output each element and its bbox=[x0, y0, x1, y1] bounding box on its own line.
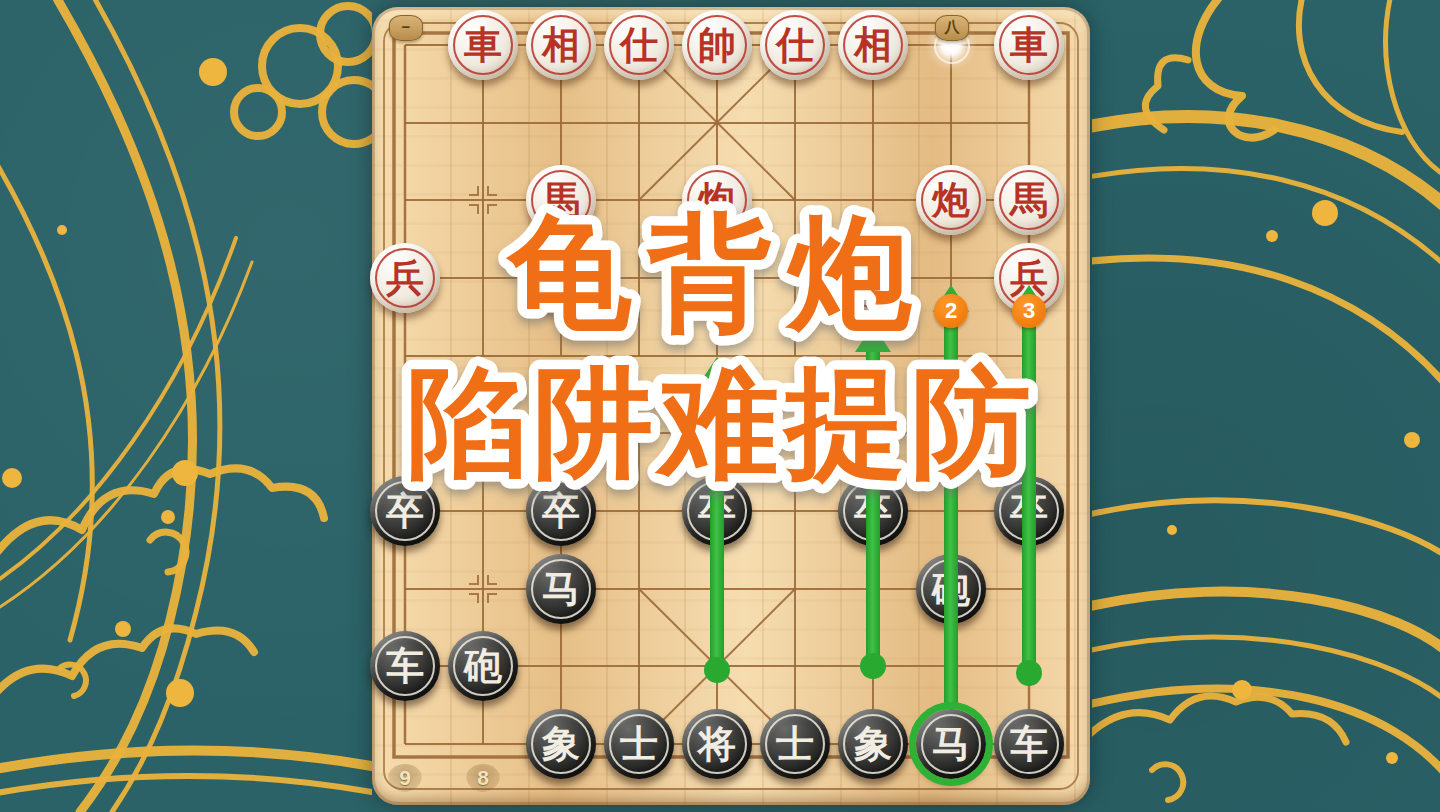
piece-glyph: 相 bbox=[526, 10, 596, 80]
piece-glyph: 车 bbox=[994, 709, 1064, 779]
piece-black-士[interactable]: 士 bbox=[604, 709, 674, 779]
piece-glyph: 士 bbox=[604, 709, 674, 779]
piece-black-车[interactable]: 车 bbox=[370, 631, 440, 701]
piece-glyph: 车 bbox=[370, 631, 440, 701]
piece-glyph: 車 bbox=[448, 10, 518, 80]
piece-red-馬[interactable]: 馬 bbox=[994, 165, 1064, 235]
piece-black-砲[interactable]: 砲 bbox=[448, 631, 518, 701]
piece-glyph: 車 bbox=[994, 10, 1064, 80]
gold-wave-decoration-left bbox=[0, 0, 372, 812]
piece-glyph: 将 bbox=[682, 709, 752, 779]
piece-black-马[interactable]: 马 bbox=[526, 554, 596, 624]
piece-glyph: 兵 bbox=[994, 243, 1064, 313]
piece-glyph: 卒 bbox=[526, 476, 596, 546]
piece-black-卒[interactable]: 卒 bbox=[682, 476, 752, 546]
piece-glyph: 兵 bbox=[370, 243, 440, 313]
file-tag-8: 八 bbox=[935, 15, 969, 41]
piece-black-砲[interactable]: 砲 bbox=[916, 554, 986, 624]
piece-black-象[interactable]: 象 bbox=[838, 709, 908, 779]
piece-red-兵[interactable]: 兵 bbox=[526, 243, 596, 313]
piece-black-卒[interactable]: 卒 bbox=[526, 476, 596, 546]
piece-glyph: 兵 bbox=[526, 243, 596, 313]
piece-red-炮[interactable]: 炮 bbox=[916, 165, 986, 235]
piece-red-兵[interactable]: 兵 bbox=[682, 243, 752, 313]
piece-glyph: 炮 bbox=[916, 165, 986, 235]
piece-glyph: 象 bbox=[838, 709, 908, 779]
collapse-button[interactable]: − bbox=[389, 15, 423, 41]
piece-glyph: 砲 bbox=[916, 554, 986, 624]
piece-glyph: 帥 bbox=[682, 10, 752, 80]
piece-glyph: 卒 bbox=[994, 476, 1064, 546]
bottom-file-label-9: 9 bbox=[388, 764, 422, 792]
piece-black-车[interactable]: 车 bbox=[994, 709, 1064, 779]
piece-red-仕[interactable]: 仕 bbox=[604, 10, 674, 80]
piece-glyph: 象 bbox=[526, 709, 596, 779]
piece-black-马[interactable]: 马 bbox=[916, 709, 986, 779]
piece-glyph: 馬 bbox=[526, 165, 596, 235]
piece-glyph: 卒 bbox=[682, 476, 752, 546]
piece-black-卒[interactable]: 卒 bbox=[370, 476, 440, 546]
piece-glyph: 马 bbox=[526, 554, 596, 624]
piece-glyph: 卒 bbox=[838, 476, 908, 546]
piece-black-卒[interactable]: 卒 bbox=[994, 476, 1064, 546]
piece-red-相[interactable]: 相 bbox=[526, 10, 596, 80]
piece-red-兵[interactable]: 兵 bbox=[994, 243, 1064, 313]
piece-red-仕[interactable]: 仕 bbox=[760, 10, 830, 80]
piece-black-士[interactable]: 士 bbox=[760, 709, 830, 779]
piece-red-車[interactable]: 車 bbox=[448, 10, 518, 80]
piece-glyph: 卒 bbox=[370, 476, 440, 546]
piece-glyph: 马 bbox=[916, 709, 986, 779]
piece-red-馬[interactable]: 馬 bbox=[526, 165, 596, 235]
piece-red-車[interactable]: 車 bbox=[994, 10, 1064, 80]
piece-glyph: 仕 bbox=[604, 10, 674, 80]
piece-red-炮[interactable]: 炮 bbox=[682, 165, 752, 235]
xiangqi-board[interactable]: − 八 9 8 車相仕帥仕相車馬炮炮馬兵兵兵兵兵卒卒卒卒卒马砲车砲象士将士象马车… bbox=[372, 7, 1090, 805]
piece-black-将[interactable]: 将 bbox=[682, 709, 752, 779]
piece-glyph: 炮 bbox=[682, 165, 752, 235]
screen: { "game": "xiangqi", "scene": "opening-t… bbox=[0, 0, 1440, 812]
piece-glyph: 馬 bbox=[994, 165, 1064, 235]
piece-red-帥[interactable]: 帥 bbox=[682, 10, 752, 80]
piece-glyph: 相 bbox=[838, 10, 908, 80]
bottom-file-label-8: 8 bbox=[466, 764, 500, 792]
piece-red-兵[interactable]: 兵 bbox=[370, 243, 440, 313]
piece-glyph: 仕 bbox=[760, 10, 830, 80]
piece-red-相[interactable]: 相 bbox=[838, 10, 908, 80]
piece-glyph: 士 bbox=[760, 709, 830, 779]
gold-wave-decoration-right bbox=[1092, 0, 1440, 812]
piece-glyph: 兵 bbox=[682, 243, 752, 313]
piece-black-象[interactable]: 象 bbox=[526, 709, 596, 779]
piece-glyph: 砲 bbox=[448, 631, 518, 701]
piece-red-兵[interactable]: 兵 bbox=[838, 243, 908, 313]
piece-black-卒[interactable]: 卒 bbox=[838, 476, 908, 546]
piece-glyph: 兵 bbox=[838, 243, 908, 313]
